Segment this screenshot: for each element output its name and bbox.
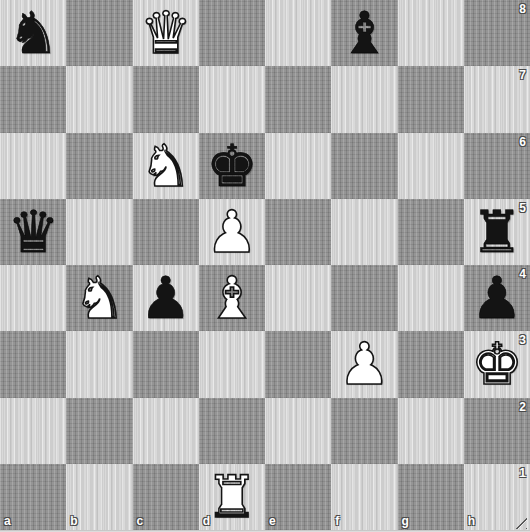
square-a8[interactable]: ♞ (0, 0, 66, 66)
square-f3[interactable]: ♟ (331, 331, 397, 397)
square-c2[interactable] (133, 398, 199, 464)
square-e2[interactable] (265, 398, 331, 464)
square-f7[interactable] (331, 66, 397, 132)
chess-board: ♞♛♝87♞♚6♛♟♜5♞♟♝♟4♟♚32abc♜defgh1 (0, 0, 530, 530)
square-h5[interactable]: ♜5 (464, 199, 530, 265)
square-g8[interactable] (398, 0, 464, 66)
square-b5[interactable] (66, 199, 132, 265)
square-d5[interactable]: ♟ (199, 199, 265, 265)
square-e1[interactable]: e (265, 464, 331, 530)
piece-white-pawn[interactable]: ♟ (338, 331, 390, 397)
file-label-h: h (468, 514, 475, 528)
file-label-f: f (335, 514, 339, 528)
rank-label-2: 2 (519, 400, 526, 414)
square-e6[interactable] (265, 133, 331, 199)
square-a1[interactable]: a (0, 464, 66, 530)
square-g6[interactable] (398, 133, 464, 199)
square-b8[interactable] (66, 0, 132, 66)
piece-black-pawn[interactable]: ♟ (471, 265, 523, 331)
square-a3[interactable] (0, 331, 66, 397)
square-g1[interactable]: g (398, 464, 464, 530)
piece-black-queen[interactable]: ♛ (7, 199, 59, 265)
square-h7[interactable]: 7 (464, 66, 530, 132)
rank-label-5: 5 (519, 201, 526, 215)
square-d2[interactable] (199, 398, 265, 464)
piece-black-rook[interactable]: ♜ (471, 199, 523, 265)
file-label-b: b (70, 514, 77, 528)
square-b1[interactable]: b (66, 464, 132, 530)
square-b4[interactable]: ♞ (66, 265, 132, 331)
square-g2[interactable] (398, 398, 464, 464)
chess-app-window: ♞♛♝87♞♚6♛♟♜5♞♟♝♟4♟♚32abc♜defgh1 (0, 0, 530, 532)
square-e8[interactable] (265, 0, 331, 66)
square-d7[interactable] (199, 66, 265, 132)
square-d3[interactable] (199, 331, 265, 397)
piece-white-rook[interactable]: ♜ (206, 464, 258, 530)
square-f2[interactable] (331, 398, 397, 464)
piece-white-pawn[interactable]: ♟ (206, 199, 258, 265)
square-h6[interactable]: 6 (464, 133, 530, 199)
file-label-e: e (269, 514, 276, 528)
square-e5[interactable] (265, 199, 331, 265)
square-g7[interactable] (398, 66, 464, 132)
file-label-a: a (4, 514, 11, 528)
file-label-d: d (203, 514, 210, 528)
square-h2[interactable]: 2 (464, 398, 530, 464)
square-f8[interactable]: ♝ (331, 0, 397, 66)
square-c3[interactable] (133, 331, 199, 397)
piece-white-queen[interactable]: ♛ (140, 0, 192, 66)
rank-label-6: 6 (519, 135, 526, 149)
square-a4[interactable] (0, 265, 66, 331)
square-d6[interactable]: ♚ (199, 133, 265, 199)
piece-white-knight[interactable]: ♞ (140, 133, 192, 199)
piece-black-knight[interactable]: ♞ (7, 0, 59, 66)
square-g5[interactable] (398, 199, 464, 265)
file-label-g: g (402, 514, 409, 528)
piece-white-bishop[interactable]: ♝ (206, 265, 258, 331)
square-c5[interactable] (133, 199, 199, 265)
square-f6[interactable] (331, 133, 397, 199)
square-h3[interactable]: ♚3 (464, 331, 530, 397)
rank-label-4: 4 (519, 267, 526, 281)
square-a5[interactable]: ♛ (0, 199, 66, 265)
piece-black-bishop[interactable]: ♝ (338, 0, 390, 66)
square-c6[interactable]: ♞ (133, 133, 199, 199)
rank-label-8: 8 (519, 2, 526, 16)
square-f1[interactable]: f (331, 464, 397, 530)
square-b6[interactable] (66, 133, 132, 199)
square-e4[interactable] (265, 265, 331, 331)
square-h8[interactable]: 8 (464, 0, 530, 66)
file-label-c: c (137, 514, 144, 528)
square-d4[interactable]: ♝ (199, 265, 265, 331)
square-g4[interactable] (398, 265, 464, 331)
square-c4[interactable]: ♟ (133, 265, 199, 331)
piece-black-king[interactable]: ♚ (206, 133, 258, 199)
rank-label-3: 3 (519, 333, 526, 347)
square-a6[interactable] (0, 133, 66, 199)
square-g3[interactable] (398, 331, 464, 397)
square-b3[interactable] (66, 331, 132, 397)
square-c7[interactable] (133, 66, 199, 132)
square-c8[interactable]: ♛ (133, 0, 199, 66)
rank-label-1: 1 (519, 466, 526, 480)
square-d8[interactable] (199, 0, 265, 66)
square-b2[interactable] (66, 398, 132, 464)
square-e7[interactable] (265, 66, 331, 132)
piece-white-knight[interactable]: ♞ (73, 265, 125, 331)
square-a2[interactable] (0, 398, 66, 464)
square-a7[interactable] (0, 66, 66, 132)
piece-black-pawn[interactable]: ♟ (140, 265, 192, 331)
square-c1[interactable]: c (133, 464, 199, 530)
square-e3[interactable] (265, 331, 331, 397)
square-b7[interactable] (66, 66, 132, 132)
rank-label-7: 7 (519, 68, 526, 82)
square-d1[interactable]: ♜d (199, 464, 265, 530)
square-h1[interactable]: h1 (464, 464, 530, 530)
square-f5[interactable] (331, 199, 397, 265)
square-f4[interactable] (331, 265, 397, 331)
piece-white-king[interactable]: ♚ (471, 331, 523, 397)
square-h4[interactable]: ♟4 (464, 265, 530, 331)
